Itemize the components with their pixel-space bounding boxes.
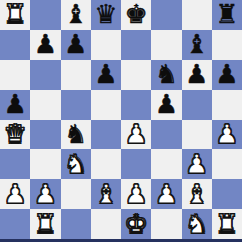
- square-d8[interactable]: ♛: [91, 0, 121, 30]
- piece-white-pawn[interactable]: ♟: [124, 120, 147, 149]
- piece-white-king[interactable]: ♚: [124, 210, 147, 239]
- square-b1[interactable]: ♜: [30, 209, 60, 239]
- piece-white-rook[interactable]: ♜: [3, 0, 26, 29]
- square-e4[interactable]: ♟: [121, 120, 151, 150]
- square-f6[interactable]: ♞: [151, 60, 181, 90]
- piece-white-pawn[interactable]: ♟: [185, 150, 208, 179]
- square-a2[interactable]: ♟: [0, 179, 30, 209]
- square-d5[interactable]: [91, 90, 121, 120]
- piece-white-pawn[interactable]: ♟: [3, 180, 26, 209]
- square-b5[interactable]: [30, 90, 60, 120]
- piece-black-pawn[interactable]: ♟: [185, 60, 208, 89]
- square-c5[interactable]: [61, 90, 91, 120]
- square-c1[interactable]: [61, 209, 91, 239]
- square-f3[interactable]: [151, 149, 181, 179]
- square-g6[interactable]: ♟: [182, 60, 212, 90]
- square-h1[interactable]: ♜: [212, 209, 242, 239]
- piece-black-pawn[interactable]: ♟: [64, 30, 87, 59]
- square-b4[interactable]: [30, 120, 60, 150]
- piece-white-bishop[interactable]: ♝: [94, 180, 117, 209]
- square-f7[interactable]: [151, 30, 181, 60]
- square-h5[interactable]: [212, 90, 242, 120]
- square-g2[interactable]: ♝: [182, 179, 212, 209]
- square-a7[interactable]: [0, 30, 30, 60]
- piece-black-pawn[interactable]: ♟: [3, 90, 26, 119]
- piece-white-pawn[interactable]: ♟: [155, 180, 178, 209]
- piece-black-pawn[interactable]: ♟: [34, 30, 57, 59]
- square-e6[interactable]: [121, 60, 151, 90]
- piece-white-pawn[interactable]: ♟: [34, 180, 57, 209]
- piece-black-pawn[interactable]: ♟: [94, 60, 117, 89]
- square-f4[interactable]: [151, 120, 181, 150]
- square-c2[interactable]: [61, 179, 91, 209]
- piece-black-knight[interactable]: ♞: [155, 60, 178, 89]
- square-f1[interactable]: [151, 209, 181, 239]
- piece-black-pawn[interactable]: ♟: [155, 90, 178, 119]
- square-g7[interactable]: ♝: [182, 30, 212, 60]
- piece-black-rook[interactable]: ♜: [215, 0, 238, 29]
- piece-white-knight[interactable]: ♞: [64, 150, 87, 179]
- piece-white-bishop[interactable]: ♝: [185, 180, 208, 209]
- square-c3[interactable]: ♞: [61, 149, 91, 179]
- square-d4[interactable]: [91, 120, 121, 150]
- square-h7[interactable]: [212, 30, 242, 60]
- square-f8[interactable]: [151, 0, 181, 30]
- square-e1[interactable]: ♚: [121, 209, 151, 239]
- square-a5[interactable]: ♟: [0, 90, 30, 120]
- chess-board-wrapper: ♜♝♛♚♜♟♟♝♟♞♟♟♟♟♛♞♟♟♞♟♟♟♝♟♟♝♜♚♞♜: [0, 0, 242, 242]
- square-h2[interactable]: [212, 179, 242, 209]
- square-d6[interactable]: ♟: [91, 60, 121, 90]
- chess-board: ♜♝♛♚♜♟♟♝♟♞♟♟♟♟♛♞♟♟♞♟♟♟♝♟♟♝♜♚♞♜: [0, 0, 242, 239]
- piece-black-queen[interactable]: ♛: [94, 0, 117, 29]
- square-c8[interactable]: ♝: [61, 0, 91, 30]
- square-g5[interactable]: [182, 90, 212, 120]
- square-e7[interactable]: [121, 30, 151, 60]
- square-g1[interactable]: ♞: [182, 209, 212, 239]
- square-h8[interactable]: ♜: [212, 0, 242, 30]
- square-a6[interactable]: [0, 60, 30, 90]
- square-h4[interactable]: ♟: [212, 120, 242, 150]
- square-h3[interactable]: [212, 149, 242, 179]
- piece-white-rook[interactable]: ♜: [34, 210, 57, 239]
- square-a1[interactable]: [0, 209, 30, 239]
- piece-white-knight[interactable]: ♞: [185, 210, 208, 239]
- piece-white-queen[interactable]: ♛: [3, 120, 26, 149]
- square-h6[interactable]: ♟: [212, 60, 242, 90]
- piece-black-pawn[interactable]: ♟: [215, 60, 238, 89]
- square-d2[interactable]: ♝: [91, 179, 121, 209]
- square-a4[interactable]: ♛: [0, 120, 30, 150]
- square-e8[interactable]: ♚: [121, 0, 151, 30]
- piece-black-knight[interactable]: ♞: [64, 120, 87, 149]
- square-b3[interactable]: [30, 149, 60, 179]
- piece-black-bishop[interactable]: ♝: [64, 0, 87, 29]
- square-d3[interactable]: [91, 149, 121, 179]
- square-g3[interactable]: ♟: [182, 149, 212, 179]
- square-b2[interactable]: ♟: [30, 179, 60, 209]
- piece-white-pawn[interactable]: ♟: [215, 120, 238, 149]
- piece-white-rook[interactable]: ♜: [215, 210, 238, 239]
- square-e3[interactable]: [121, 149, 151, 179]
- piece-black-king[interactable]: ♚: [124, 0, 147, 29]
- square-c7[interactable]: ♟: [61, 30, 91, 60]
- square-d7[interactable]: [91, 30, 121, 60]
- square-c6[interactable]: [61, 60, 91, 90]
- square-d1[interactable]: [91, 209, 121, 239]
- piece-white-pawn[interactable]: ♟: [124, 180, 147, 209]
- square-a3[interactable]: [0, 149, 30, 179]
- square-f5[interactable]: ♟: [151, 90, 181, 120]
- square-e5[interactable]: [121, 90, 151, 120]
- square-c4[interactable]: ♞: [61, 120, 91, 150]
- square-b7[interactable]: ♟: [30, 30, 60, 60]
- square-g8[interactable]: [182, 0, 212, 30]
- square-a8[interactable]: ♜: [0, 0, 30, 30]
- square-g4[interactable]: [182, 120, 212, 150]
- square-b6[interactable]: [30, 60, 60, 90]
- piece-black-bishop[interactable]: ♝: [185, 30, 208, 59]
- square-b8[interactable]: [30, 0, 60, 30]
- square-e2[interactable]: ♟: [121, 179, 151, 209]
- square-f2[interactable]: ♟: [151, 179, 181, 209]
